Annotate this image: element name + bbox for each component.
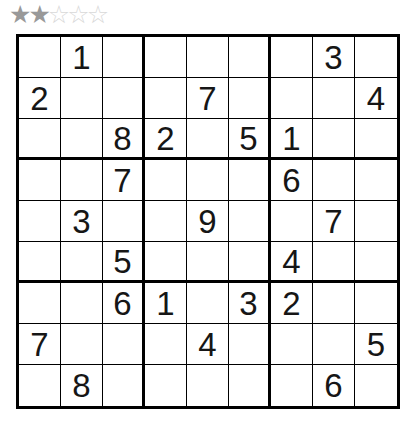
sudoku-cell[interactable] <box>103 37 145 78</box>
sudoku-cell[interactable]: 7 <box>187 78 229 119</box>
sudoku-cell[interactable] <box>313 283 355 324</box>
sudoku-cell[interactable]: 4 <box>355 78 397 119</box>
sudoku-cell[interactable] <box>271 324 313 365</box>
sudoku-cell[interactable] <box>61 160 103 201</box>
sudoku-cell[interactable] <box>61 283 103 324</box>
sudoku-cell[interactable] <box>19 160 61 201</box>
sudoku-cell[interactable] <box>61 324 103 365</box>
sudoku-cell[interactable] <box>313 242 355 283</box>
sudoku-cell[interactable] <box>187 160 229 201</box>
sudoku-cell[interactable] <box>229 201 271 242</box>
sudoku-cell[interactable]: 7 <box>19 324 61 365</box>
sudoku-cell[interactable] <box>19 201 61 242</box>
sudoku-cell[interactable]: 7 <box>313 201 355 242</box>
star-icon: ★ <box>28 1 47 27</box>
sudoku-cell[interactable] <box>19 283 61 324</box>
sudoku-cell[interactable] <box>145 78 187 119</box>
sudoku-cell[interactable] <box>187 37 229 78</box>
sudoku-cell[interactable] <box>103 78 145 119</box>
sudoku-cell[interactable]: 4 <box>271 242 313 283</box>
star-icon: ★ <box>9 1 28 27</box>
sudoku-cell[interactable]: 2 <box>19 78 61 119</box>
sudoku-cell[interactable] <box>355 37 397 78</box>
sudoku-cell[interactable] <box>103 201 145 242</box>
sudoku-cell[interactable]: 3 <box>61 201 103 242</box>
sudoku-cell[interactable] <box>313 160 355 201</box>
difficulty-rating: ★★☆☆☆ <box>9 1 106 27</box>
sudoku-cell[interactable] <box>355 283 397 324</box>
sudoku-cell[interactable]: 6 <box>103 283 145 324</box>
sudoku-cell[interactable]: 3 <box>229 283 271 324</box>
star-icon: ☆ <box>67 1 86 27</box>
sudoku-cell[interactable] <box>313 119 355 160</box>
sudoku-board: 1327482517639754613274586 <box>16 34 400 409</box>
star-icon: ☆ <box>87 1 106 27</box>
sudoku-cell[interactable]: 5 <box>103 242 145 283</box>
sudoku-cell[interactable] <box>187 242 229 283</box>
sudoku-cell[interactable] <box>145 201 187 242</box>
sudoku-cell[interactable]: 4 <box>187 324 229 365</box>
sudoku-cell[interactable] <box>313 78 355 119</box>
sudoku-cell[interactable]: 5 <box>355 324 397 365</box>
sudoku-cell[interactable] <box>313 324 355 365</box>
sudoku-cell[interactable] <box>229 365 271 406</box>
sudoku-cell[interactable] <box>145 242 187 283</box>
sudoku-cell[interactable] <box>271 37 313 78</box>
sudoku-cell[interactable] <box>355 119 397 160</box>
sudoku-cell[interactable] <box>103 324 145 365</box>
sudoku-cell[interactable]: 2 <box>271 283 313 324</box>
sudoku-cell[interactable] <box>187 119 229 160</box>
sudoku-cell[interactable]: 8 <box>103 119 145 160</box>
sudoku-cell[interactable] <box>355 365 397 406</box>
sudoku-cell[interactable]: 6 <box>271 160 313 201</box>
sudoku-cell[interactable] <box>19 37 61 78</box>
sudoku-cell[interactable] <box>145 324 187 365</box>
star-icon: ☆ <box>48 1 67 27</box>
sudoku-cell[interactable] <box>103 365 145 406</box>
sudoku-cell[interactable]: 5 <box>229 119 271 160</box>
sudoku-cell[interactable]: 1 <box>145 283 187 324</box>
sudoku-cell[interactable] <box>229 324 271 365</box>
sudoku-cell[interactable] <box>355 201 397 242</box>
sudoku-cell[interactable]: 2 <box>145 119 187 160</box>
sudoku-cell[interactable] <box>145 365 187 406</box>
sudoku-cell[interactable] <box>145 160 187 201</box>
sudoku-cell[interactable] <box>19 119 61 160</box>
sudoku-cell[interactable] <box>355 242 397 283</box>
sudoku-cell[interactable] <box>271 201 313 242</box>
sudoku-cell[interactable] <box>229 37 271 78</box>
sudoku-cell[interactable] <box>229 78 271 119</box>
sudoku-cell[interactable] <box>187 365 229 406</box>
sudoku-cell[interactable] <box>61 119 103 160</box>
sudoku-cell[interactable] <box>271 365 313 406</box>
sudoku-cell[interactable] <box>145 37 187 78</box>
sudoku-cell[interactable]: 1 <box>271 119 313 160</box>
sudoku-cell[interactable]: 3 <box>313 37 355 78</box>
sudoku-cell[interactable] <box>187 283 229 324</box>
sudoku-cell[interactable] <box>355 160 397 201</box>
sudoku-cell[interactable]: 9 <box>187 201 229 242</box>
sudoku-cell[interactable] <box>19 365 61 406</box>
sudoku-cell[interactable] <box>229 160 271 201</box>
sudoku-cell[interactable] <box>61 78 103 119</box>
sudoku-cell[interactable] <box>229 242 271 283</box>
sudoku-cell[interactable]: 1 <box>61 37 103 78</box>
sudoku-cell[interactable]: 8 <box>61 365 103 406</box>
sudoku-cell[interactable]: 6 <box>313 365 355 406</box>
sudoku-cell[interactable] <box>271 78 313 119</box>
sudoku-cell[interactable] <box>61 242 103 283</box>
sudoku-cell[interactable] <box>19 242 61 283</box>
sudoku-cell[interactable]: 7 <box>103 160 145 201</box>
